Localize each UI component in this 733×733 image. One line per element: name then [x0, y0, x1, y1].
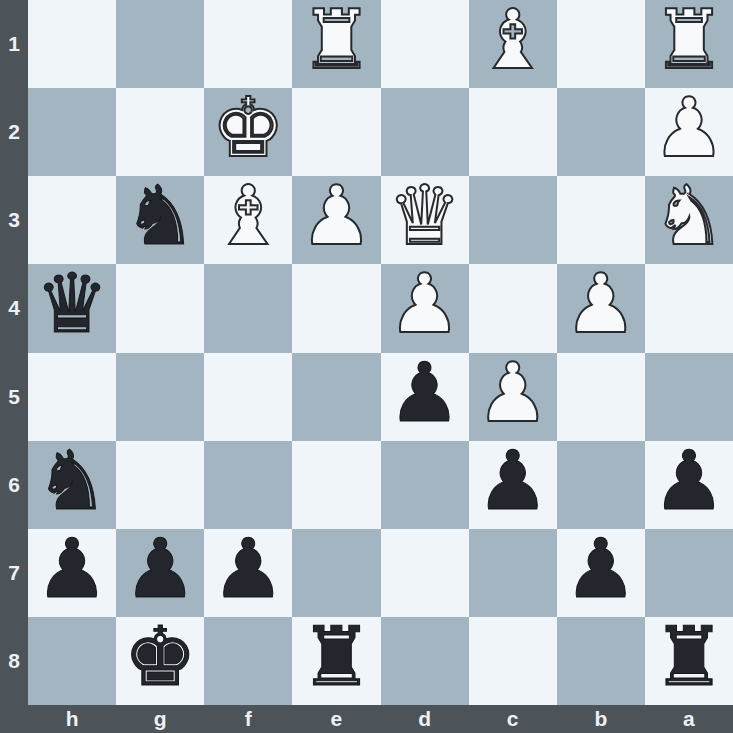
square-c8[interactable] — [469, 617, 557, 705]
square-b7[interactable]: ♟ — [557, 529, 645, 617]
piece-black-pawn-b7[interactable]: ♟ — [564, 528, 638, 610]
square-h6[interactable]: ♞ — [28, 441, 116, 529]
square-a5[interactable] — [645, 353, 733, 441]
file-label-c: c — [469, 705, 557, 733]
square-h2[interactable] — [28, 88, 116, 176]
square-d4[interactable]: ♟ — [381, 264, 469, 352]
square-e5[interactable] — [292, 353, 380, 441]
file-label-f: f — [204, 705, 292, 733]
square-d1[interactable] — [381, 0, 469, 88]
square-e6[interactable] — [292, 441, 380, 529]
rank-label-6: 6 — [0, 441, 28, 529]
square-a3[interactable]: ♞ — [645, 176, 733, 264]
square-e7[interactable] — [292, 529, 380, 617]
square-e2[interactable] — [292, 88, 380, 176]
square-e3[interactable]: ♟ — [292, 176, 380, 264]
rank-label-4: 4 — [0, 264, 28, 352]
piece-black-pawn-a6[interactable]: ♟ — [652, 440, 726, 522]
square-b8[interactable] — [557, 617, 645, 705]
square-d8[interactable] — [381, 617, 469, 705]
square-a1[interactable]: ♜ — [645, 0, 733, 88]
piece-white-king-f2[interactable]: ♚ — [212, 87, 286, 169]
piece-black-pawn-h7[interactable]: ♟ — [35, 528, 109, 610]
piece-white-rook-a1[interactable]: ♜ — [652, 0, 726, 81]
piece-black-pawn-d5[interactable]: ♟ — [388, 352, 462, 434]
square-d7[interactable] — [381, 529, 469, 617]
rank-label-1: 1 — [0, 0, 28, 88]
square-g7[interactable]: ♟ — [116, 529, 204, 617]
square-c2[interactable] — [469, 88, 557, 176]
square-c1[interactable]: ♝ — [469, 0, 557, 88]
square-h8[interactable] — [28, 617, 116, 705]
square-b2[interactable] — [557, 88, 645, 176]
square-d2[interactable] — [381, 88, 469, 176]
piece-black-pawn-g7[interactable]: ♟ — [123, 528, 197, 610]
square-f3[interactable]: ♝ — [204, 176, 292, 264]
square-g8[interactable]: ♚ — [116, 617, 204, 705]
square-c4[interactable] — [469, 264, 557, 352]
piece-white-bishop-c1[interactable]: ♝ — [476, 0, 550, 81]
square-h5[interactable] — [28, 353, 116, 441]
square-g6[interactable] — [116, 441, 204, 529]
piece-white-knight-a3[interactable]: ♞ — [652, 175, 726, 257]
square-a2[interactable]: ♟ — [645, 88, 733, 176]
piece-black-knight-g3[interactable]: ♞ — [123, 175, 197, 257]
piece-white-queen-d3[interactable]: ♛ — [388, 175, 462, 257]
square-a6[interactable]: ♟ — [645, 441, 733, 529]
piece-black-pawn-c6[interactable]: ♟ — [476, 440, 550, 522]
piece-white-pawn-d4[interactable]: ♟ — [388, 263, 462, 345]
square-f5[interactable] — [204, 353, 292, 441]
square-g5[interactable] — [116, 353, 204, 441]
square-g1[interactable] — [116, 0, 204, 88]
square-g2[interactable] — [116, 88, 204, 176]
square-c7[interactable] — [469, 529, 557, 617]
square-a4[interactable] — [645, 264, 733, 352]
piece-white-bishop-f3[interactable]: ♝ — [212, 175, 286, 257]
square-b4[interactable]: ♟ — [557, 264, 645, 352]
piece-black-queen-h4[interactable]: ♛ — [35, 263, 109, 345]
square-b6[interactable] — [557, 441, 645, 529]
square-d3[interactable]: ♛ — [381, 176, 469, 264]
piece-black-king-g8[interactable]: ♚ — [123, 616, 197, 698]
rank-label-8: 8 — [0, 617, 28, 705]
square-f7[interactable]: ♟ — [204, 529, 292, 617]
square-d5[interactable]: ♟ — [381, 353, 469, 441]
file-label-h: h — [28, 705, 116, 733]
square-h4[interactable]: ♛ — [28, 264, 116, 352]
file-label-a: a — [645, 705, 733, 733]
rank-label-2: 2 — [0, 88, 28, 176]
square-c6[interactable]: ♟ — [469, 441, 557, 529]
square-h3[interactable] — [28, 176, 116, 264]
square-f4[interactable] — [204, 264, 292, 352]
square-a7[interactable] — [645, 529, 733, 617]
piece-white-rook-e1[interactable]: ♜ — [300, 0, 374, 81]
piece-white-pawn-a2[interactable]: ♟ — [652, 87, 726, 169]
square-f1[interactable] — [204, 0, 292, 88]
piece-black-rook-e8[interactable]: ♜ — [300, 616, 374, 698]
square-h7[interactable]: ♟ — [28, 529, 116, 617]
file-label-e: e — [292, 705, 380, 733]
square-c5[interactable]: ♟ — [469, 353, 557, 441]
board-frame-corner — [0, 705, 28, 733]
square-d6[interactable] — [381, 441, 469, 529]
square-f2[interactable]: ♚ — [204, 88, 292, 176]
rank-label-7: 7 — [0, 529, 28, 617]
square-e1[interactable]: ♜ — [292, 0, 380, 88]
file-label-g: g — [116, 705, 204, 733]
square-e8[interactable]: ♜ — [292, 617, 380, 705]
square-h1[interactable] — [28, 0, 116, 88]
rank-label-5: 5 — [0, 353, 28, 441]
square-g3[interactable]: ♞ — [116, 176, 204, 264]
file-label-b: b — [557, 705, 645, 733]
piece-black-pawn-f7[interactable]: ♟ — [212, 528, 286, 610]
piece-white-pawn-c5[interactable]: ♟ — [476, 352, 550, 434]
square-e4[interactable] — [292, 264, 380, 352]
chess-board-frame: 1♜♝♜2♚♟3♞♝♟♛♞4♛♟♟5♟♟6♞♟♟7♟♟♟♟8♚♜♜hgfedcb… — [0, 0, 733, 733]
square-c3[interactable] — [469, 176, 557, 264]
square-a8[interactable]: ♜ — [645, 617, 733, 705]
piece-black-rook-a8[interactable]: ♜ — [652, 616, 726, 698]
square-b1[interactable] — [557, 0, 645, 88]
square-f8[interactable] — [204, 617, 292, 705]
piece-black-knight-h6[interactable]: ♞ — [35, 440, 109, 522]
piece-white-pawn-b4[interactable]: ♟ — [564, 263, 638, 345]
piece-white-pawn-e3[interactable]: ♟ — [300, 175, 374, 257]
file-label-d: d — [381, 705, 469, 733]
square-f6[interactable] — [204, 441, 292, 529]
square-b5[interactable] — [557, 353, 645, 441]
square-g4[interactable] — [116, 264, 204, 352]
square-b3[interactable] — [557, 176, 645, 264]
rank-label-3: 3 — [0, 176, 28, 264]
